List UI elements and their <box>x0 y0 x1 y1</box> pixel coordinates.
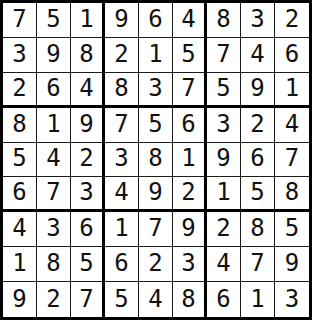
sudoku-cell[interactable]: 1 <box>3 247 37 282</box>
sudoku-cell[interactable]: 9 <box>37 38 71 73</box>
sudoku-cell[interactable]: 9 <box>207 143 241 178</box>
sudoku-cell[interactable]: 7 <box>105 108 139 143</box>
sudoku-cell[interactable]: 3 <box>71 177 105 212</box>
sudoku-cell[interactable]: 9 <box>3 282 37 317</box>
sudoku-cell[interactable]: 2 <box>71 143 105 178</box>
sudoku-cell[interactable]: 3 <box>173 247 207 282</box>
sudoku-cell[interactable]: 7 <box>71 282 105 317</box>
sudoku-cell[interactable]: 7 <box>173 73 207 108</box>
sudoku-cell[interactable]: 2 <box>173 177 207 212</box>
sudoku-cell[interactable]: 4 <box>105 177 139 212</box>
sudoku-cell[interactable]: 4 <box>3 212 37 247</box>
sudoku-cell[interactable]: 6 <box>37 73 71 108</box>
sudoku-cell[interactable]: 6 <box>139 3 173 38</box>
sudoku-cell[interactable]: 6 <box>71 212 105 247</box>
sudoku-cell[interactable]: 7 <box>241 247 275 282</box>
sudoku-cell[interactable]: 6 <box>241 143 275 178</box>
sudoku-cell[interactable]: 8 <box>139 143 173 178</box>
sudoku-cell[interactable]: 2 <box>3 73 37 108</box>
sudoku-cell[interactable]: 7 <box>3 3 37 38</box>
sudoku-cell[interactable]: 7 <box>37 177 71 212</box>
sudoku-cell[interactable]: 1 <box>241 282 275 317</box>
sudoku-cell[interactable]: 2 <box>241 108 275 143</box>
sudoku-cell[interactable]: 8 <box>173 282 207 317</box>
sudoku-cell[interactable]: 2 <box>37 282 71 317</box>
sudoku-cell[interactable]: 9 <box>139 177 173 212</box>
sudoku-cell[interactable]: 6 <box>275 38 309 73</box>
sudoku-cell[interactable]: 4 <box>37 143 71 178</box>
sudoku-cell[interactable]: 6 <box>173 108 207 143</box>
sudoku-cell[interactable]: 1 <box>37 108 71 143</box>
sudoku-cell[interactable]: 5 <box>37 3 71 38</box>
sudoku-cell[interactable]: 6 <box>207 282 241 317</box>
sudoku-cell[interactable]: 5 <box>3 143 37 178</box>
sudoku-cell[interactable]: 8 <box>241 212 275 247</box>
sudoku-cell[interactable]: 3 <box>37 212 71 247</box>
sudoku-cell[interactable]: 8 <box>207 3 241 38</box>
sudoku-cell[interactable]: 5 <box>173 38 207 73</box>
sudoku-cell[interactable]: 8 <box>105 73 139 108</box>
sudoku-cell[interactable]: 9 <box>105 3 139 38</box>
sudoku-cell[interactable]: 2 <box>105 38 139 73</box>
sudoku-cell[interactable]: 4 <box>173 3 207 38</box>
sudoku-cell[interactable]: 5 <box>207 73 241 108</box>
sudoku-cell[interactable]: 7 <box>207 38 241 73</box>
sudoku-cell[interactable]: 2 <box>139 247 173 282</box>
sudoku-cell[interactable]: 1 <box>105 212 139 247</box>
sudoku-cell[interactable]: 3 <box>241 3 275 38</box>
sudoku-cell[interactable]: 5 <box>275 212 309 247</box>
sudoku-cell[interactable]: 7 <box>275 143 309 178</box>
sudoku-cell[interactable]: 3 <box>275 282 309 317</box>
sudoku-cell[interactable]: 6 <box>3 177 37 212</box>
sudoku-cell[interactable]: 9 <box>173 212 207 247</box>
sudoku-board: 7519648323982157462648375918197563245423… <box>0 0 312 320</box>
sudoku-cell[interactable]: 5 <box>71 247 105 282</box>
sudoku-cell[interactable]: 9 <box>241 73 275 108</box>
sudoku-cell[interactable]: 8 <box>275 177 309 212</box>
sudoku-cell[interactable]: 8 <box>37 247 71 282</box>
sudoku-cell[interactable]: 9 <box>275 247 309 282</box>
sudoku-cell[interactable]: 8 <box>71 38 105 73</box>
sudoku-cell[interactable]: 4 <box>275 108 309 143</box>
sudoku-cell[interactable]: 2 <box>275 3 309 38</box>
sudoku-cell[interactable]: 5 <box>105 282 139 317</box>
sudoku-cell[interactable]: 9 <box>71 108 105 143</box>
sudoku-page: 7519648323982157462648375918197563245423… <box>0 0 312 320</box>
sudoku-cell[interactable]: 1 <box>275 73 309 108</box>
sudoku-cell[interactable]: 4 <box>241 38 275 73</box>
sudoku-cell[interactable]: 4 <box>71 73 105 108</box>
sudoku-cell[interactable]: 8 <box>3 108 37 143</box>
sudoku-cell[interactable]: 3 <box>207 108 241 143</box>
sudoku-cell[interactable]: 4 <box>139 282 173 317</box>
sudoku-cell[interactable]: 4 <box>207 247 241 282</box>
sudoku-cell[interactable]: 3 <box>3 38 37 73</box>
sudoku-cell[interactable]: 7 <box>139 212 173 247</box>
sudoku-cell[interactable]: 1 <box>173 143 207 178</box>
sudoku-cell[interactable]: 6 <box>105 247 139 282</box>
sudoku-cell[interactable]: 1 <box>207 177 241 212</box>
sudoku-cell[interactable]: 3 <box>105 143 139 178</box>
sudoku-cell[interactable]: 5 <box>139 108 173 143</box>
sudoku-cell[interactable]: 1 <box>139 38 173 73</box>
sudoku-cell[interactable]: 5 <box>241 177 275 212</box>
sudoku-cell[interactable]: 1 <box>71 3 105 38</box>
sudoku-cell[interactable]: 3 <box>139 73 173 108</box>
sudoku-cell[interactable]: 2 <box>207 212 241 247</box>
